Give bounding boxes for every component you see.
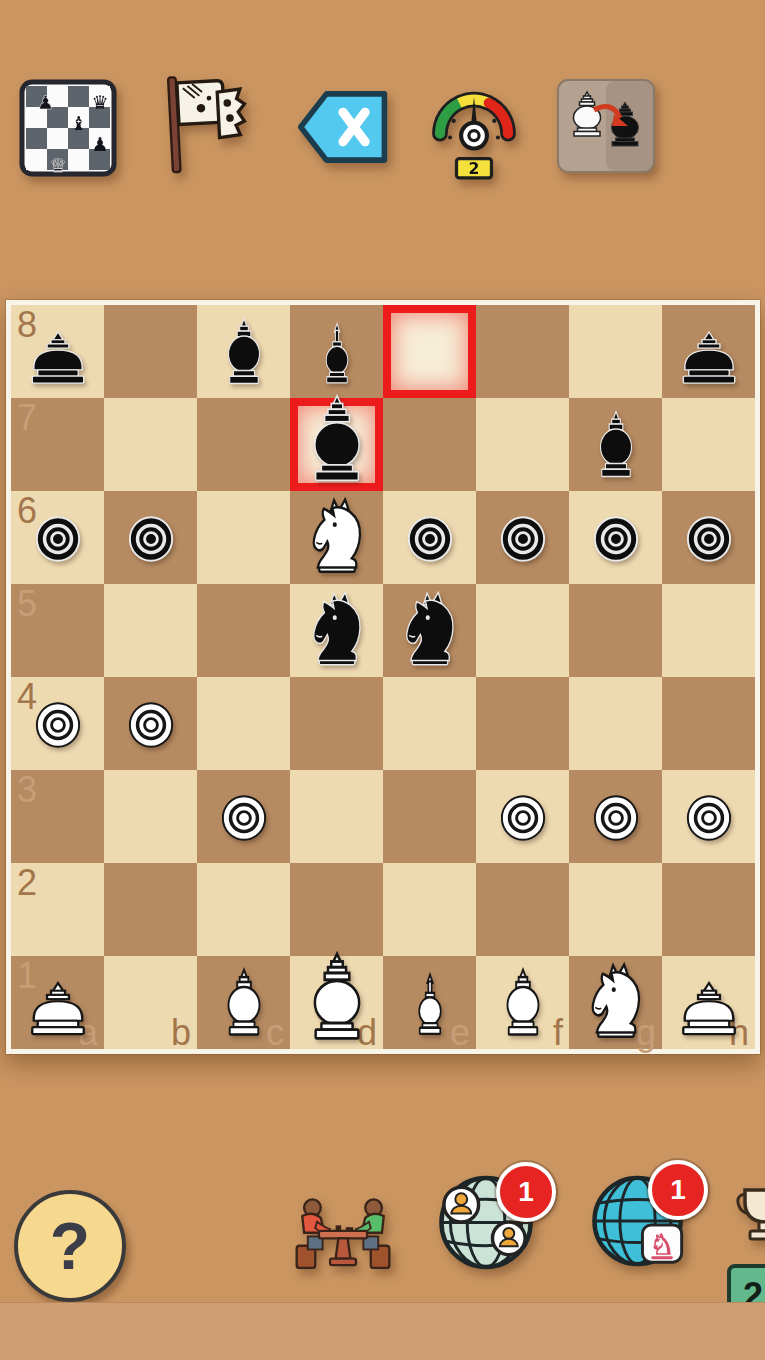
square-a2[interactable]: 2 xyxy=(11,863,104,956)
piece-black-pawn[interactable] xyxy=(677,507,741,571)
square-e1[interactable]: e xyxy=(383,956,476,1049)
square-c8[interactable] xyxy=(197,305,290,398)
square-b7[interactable] xyxy=(104,398,197,491)
piece-black-rook[interactable] xyxy=(670,325,748,395)
square-f2[interactable] xyxy=(476,863,569,956)
square-d4[interactable] xyxy=(290,677,383,770)
piece-white-knight[interactable] xyxy=(300,497,374,581)
square-g3[interactable] xyxy=(569,770,662,863)
square-e2[interactable] xyxy=(383,863,476,956)
square-f1[interactable]: f xyxy=(476,956,569,1049)
square-f5[interactable] xyxy=(476,584,569,677)
svg-text:♛: ♛ xyxy=(49,154,66,176)
piece-black-king[interactable] xyxy=(296,392,378,488)
board-frame: 8 7 6 xyxy=(6,300,760,1054)
piece-white-pawn[interactable] xyxy=(26,693,90,757)
piece-black-pawn[interactable] xyxy=(26,507,90,571)
square-f7[interactable] xyxy=(476,398,569,491)
piece-black-pawn[interactable] xyxy=(398,507,462,571)
square-d7[interactable] xyxy=(290,398,383,491)
square-b3[interactable] xyxy=(104,770,197,863)
square-h2[interactable] xyxy=(662,863,755,956)
piece-black-pawn[interactable] xyxy=(584,507,648,571)
resign-button[interactable] xyxy=(158,70,253,184)
square-d6[interactable] xyxy=(290,491,383,584)
friends-badge-count: 1 xyxy=(518,1176,534,1208)
square-c7[interactable] xyxy=(197,398,290,491)
board-setup-button[interactable]: ♟ ♛ ♝ ♟ ♛ xyxy=(18,78,118,182)
svg-text:♝: ♝ xyxy=(70,112,87,134)
rank-label: 7 xyxy=(17,398,37,438)
svg-text:♞: ♞ xyxy=(650,1229,675,1260)
square-f3[interactable] xyxy=(476,770,569,863)
square-e3[interactable] xyxy=(383,770,476,863)
square-f4[interactable] xyxy=(476,677,569,770)
square-a3[interactable]: 3 xyxy=(11,770,104,863)
piece-white-pawn[interactable] xyxy=(491,786,555,850)
square-b1[interactable]: b xyxy=(104,956,197,1049)
rank-label: 5 xyxy=(17,584,37,624)
square-b4[interactable] xyxy=(104,677,197,770)
square-c4[interactable] xyxy=(197,677,290,770)
square-g7[interactable] xyxy=(569,398,662,491)
difficulty-button[interactable]: 2 xyxy=(428,80,520,186)
piece-white-pawn[interactable] xyxy=(584,786,648,850)
square-e6[interactable] xyxy=(383,491,476,584)
square-a8[interactable]: 8 xyxy=(11,305,104,398)
piece-white-pawn[interactable] xyxy=(677,786,741,850)
square-h7[interactable] xyxy=(662,398,755,491)
svg-text:♟: ♟ xyxy=(91,133,108,155)
piece-white-khon[interactable] xyxy=(213,964,275,1046)
piece-black-knight[interactable] xyxy=(300,590,374,674)
square-b8[interactable] xyxy=(104,305,197,398)
square-g6[interactable] xyxy=(569,491,662,584)
board-grid: 8 7 6 xyxy=(11,305,755,1049)
friends-notification-badge: 1 xyxy=(496,1162,556,1222)
help-label: ? xyxy=(50,1208,90,1284)
app-screen: ♟ ♛ ♝ ♟ ♛ xyxy=(0,0,765,1360)
switch-sides-button[interactable] xyxy=(556,78,656,178)
square-h6[interactable] xyxy=(662,491,755,584)
difficulty-gauge-icon: 2 xyxy=(428,80,520,182)
square-b2[interactable] xyxy=(104,863,197,956)
local-two-player-icon xyxy=(286,1192,400,1280)
square-g4[interactable] xyxy=(569,677,662,770)
bottom-nav-strip xyxy=(0,1302,765,1360)
square-c2[interactable] xyxy=(197,863,290,956)
rank-label: 2 xyxy=(17,863,37,903)
square-h3[interactable] xyxy=(662,770,755,863)
piece-black-khon[interactable] xyxy=(213,313,275,395)
switch-sides-icon xyxy=(556,78,656,174)
square-a7[interactable]: 7 xyxy=(11,398,104,491)
square-g8[interactable] xyxy=(569,305,662,398)
square-a4[interactable]: 4 xyxy=(11,677,104,770)
undo-button[interactable] xyxy=(297,88,389,170)
square-g5[interactable] xyxy=(569,584,662,677)
piece-white-rook[interactable] xyxy=(19,976,97,1046)
square-e7[interactable] xyxy=(383,398,476,491)
online-notification-badge: 1 xyxy=(648,1160,708,1220)
online-badge-count: 1 xyxy=(670,1174,686,1206)
square-h1[interactable]: h xyxy=(662,956,755,1049)
square-b6[interactable] xyxy=(104,491,197,584)
piece-white-khon[interactable] xyxy=(492,964,554,1046)
help-button[interactable]: ? xyxy=(14,1190,126,1302)
square-d8[interactable] xyxy=(290,305,383,398)
piece-white-pawn[interactable] xyxy=(212,786,276,850)
piece-black-met[interactable] xyxy=(310,319,364,395)
square-a1[interactable]: 1a xyxy=(11,956,104,1049)
file-label: f xyxy=(553,1015,563,1051)
undo-icon xyxy=(297,88,389,166)
piece-white-rook[interactable] xyxy=(670,976,748,1046)
square-c5[interactable] xyxy=(197,584,290,677)
piece-white-met[interactable] xyxy=(403,970,457,1046)
square-f6[interactable] xyxy=(476,491,569,584)
trophy-icon xyxy=(733,1180,765,1266)
rank-label: 3 xyxy=(17,770,37,810)
local-two-player-button[interactable] xyxy=(286,1192,400,1284)
square-d5[interactable] xyxy=(290,584,383,677)
piece-black-rook[interactable] xyxy=(19,325,97,395)
square-d2[interactable] xyxy=(290,863,383,956)
square-h4[interactable] xyxy=(662,677,755,770)
piece-black-pawn[interactable] xyxy=(491,507,555,571)
square-c6[interactable] xyxy=(197,491,290,584)
square-e5[interactable] xyxy=(383,584,476,677)
square-d3[interactable] xyxy=(290,770,383,863)
piece-white-knight[interactable] xyxy=(579,962,653,1046)
piece-black-khon[interactable] xyxy=(585,406,647,488)
square-g2[interactable] xyxy=(569,863,662,956)
trophy-level-button[interactable] xyxy=(733,1180,765,1270)
square-b5[interactable] xyxy=(104,584,197,677)
square-h8[interactable] xyxy=(662,305,755,398)
file-label: b xyxy=(171,1015,191,1051)
difficulty-value: 2 xyxy=(469,159,480,178)
square-e8[interactable] xyxy=(383,305,476,398)
square-f8[interactable] xyxy=(476,305,569,398)
piece-black-knight[interactable] xyxy=(393,590,467,674)
square-g1[interactable]: g xyxy=(569,956,662,1049)
board-setup-icon: ♟ ♛ ♝ ♟ ♛ xyxy=(18,78,118,178)
piece-white-pawn[interactable] xyxy=(119,693,183,757)
piece-black-pawn[interactable] xyxy=(119,507,183,571)
square-c1[interactable]: c xyxy=(197,956,290,1049)
square-a5[interactable]: 5 xyxy=(11,584,104,677)
svg-text:♟: ♟ xyxy=(37,91,54,113)
svg-text:♛: ♛ xyxy=(91,91,108,113)
square-a6[interactable]: 6 xyxy=(11,491,104,584)
square-e4[interactable] xyxy=(383,677,476,770)
piece-white-king[interactable] xyxy=(296,950,378,1046)
resign-flag-icon xyxy=(158,70,253,180)
square-h5[interactable] xyxy=(662,584,755,677)
square-d1[interactable]: d xyxy=(290,956,383,1049)
square-c3[interactable] xyxy=(197,770,290,863)
